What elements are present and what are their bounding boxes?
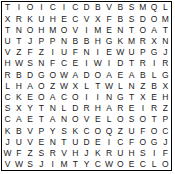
cell-r11c3[interactable]: E [25,114,36,125]
cell-r3c8[interactable]: I [81,24,92,35]
cell-r9c12[interactable]: T [126,92,137,103]
cell-r1c14[interactable]: Q [148,2,159,13]
cell-r6c9[interactable]: W [92,58,103,69]
cell-r12c5[interactable]: Y [47,125,58,136]
cell-r4c9[interactable]: H [92,36,103,47]
cell-r13c7[interactable]: U [70,136,81,147]
cell-r8c10[interactable]: W [103,80,114,91]
cell-r1c4[interactable]: I [36,2,47,13]
cell-r6c8[interactable]: I [81,58,92,69]
cell-r6c12[interactable]: T [126,58,137,69]
cell-r9c1[interactable]: C [2,92,13,103]
cell-r1c7[interactable]: C [70,2,81,13]
cell-r10c5[interactable]: N [47,103,58,114]
cell-r8c1[interactable]: L [2,80,13,91]
cell-r7c9[interactable]: O [92,69,103,80]
cell-r5c3[interactable]: F [25,47,36,58]
cell-r4c2[interactable]: T [13,36,24,47]
cell-r3c12[interactable]: T [126,24,137,35]
cell-r12c8[interactable]: C [81,125,92,136]
cell-r11c7[interactable]: O [70,114,81,125]
cell-r15c2[interactable]: W [13,159,24,170]
cell-r9c3[interactable]: E [25,92,36,103]
cell-r5c4[interactable]: Z [36,47,47,58]
cell-r13c5[interactable]: N [47,136,58,147]
cell-r7c3[interactable]: D [25,69,36,80]
cell-r9c11[interactable]: G [115,92,126,103]
cell-r9c4[interactable]: O [36,92,47,103]
cell-r12c3[interactable]: V [25,125,36,136]
cell-r11c1[interactable]: C [2,114,13,125]
cell-r7c4[interactable]: G [36,69,47,80]
cell-r1c10[interactable]: V [103,2,114,13]
cell-r6c1[interactable]: H [2,58,13,69]
cell-r9c5[interactable]: A [47,92,58,103]
cell-r14c2[interactable]: F [13,148,24,159]
cell-r12c10[interactable]: Q [103,125,114,136]
cell-r15c4[interactable]: J [36,159,47,170]
cell-r15c14[interactable]: L [148,159,159,170]
cell-r3c3[interactable]: O [25,24,36,35]
cell-r5c11[interactable]: W [115,47,126,58]
cell-r9c2[interactable]: K [13,92,24,103]
cell-r14c12[interactable]: H [126,148,137,159]
cell-r8c7[interactable]: X [70,80,81,91]
cell-r4c4[interactable]: P [36,36,47,47]
cell-r13c6[interactable]: T [58,136,69,147]
cell-r9c15[interactable]: H [160,92,171,103]
cell-r4c10[interactable]: G [103,36,114,47]
cell-r11c6[interactable]: N [58,114,69,125]
cell-r12c12[interactable]: U [126,125,137,136]
cell-r2c11[interactable]: B [115,13,126,24]
cell-r15c6[interactable]: M [58,159,69,170]
cell-r6c6[interactable]: C [58,58,69,69]
cell-r6c2[interactable]: W [13,58,24,69]
cell-r2c13[interactable]: D [137,13,148,24]
cell-r2c3[interactable]: K [25,13,36,24]
cell-r1c11[interactable]: B [115,2,126,13]
cell-r15c1[interactable]: V [2,159,13,170]
cell-r5c12[interactable]: U [126,47,137,58]
cell-r11c8[interactable]: V [81,114,92,125]
cell-r10c8[interactable]: R [81,103,92,114]
cell-r8c6[interactable]: W [58,80,69,91]
cell-r14c15[interactable]: F [160,148,171,159]
cell-r14c3[interactable]: Z [25,148,36,159]
cell-r11c15[interactable]: P [160,114,171,125]
cell-r11c12[interactable]: S [126,114,137,125]
cell-r14c1[interactable]: W [2,148,13,159]
word-search-board: TIOICICDBVBSMQLXRKUHECVXFBSDOMTNOHMOVIME… [0,0,175,174]
cell-r8c13[interactable]: Z [137,80,148,91]
cell-r10c9[interactable]: H [92,103,103,114]
cell-r7c7[interactable]: A [70,69,81,80]
cell-r1c3[interactable]: O [25,2,36,13]
cell-r14c14[interactable]: I [148,148,159,159]
cell-r8c2[interactable]: H [13,80,24,91]
cell-r11c2[interactable]: A [13,114,24,125]
cell-r9c8[interactable]: I [81,92,92,103]
cell-r10c3[interactable]: Y [25,103,36,114]
cell-r14c11[interactable]: U [115,148,126,159]
cell-r3c4[interactable]: H [36,24,47,35]
cell-r9c14[interactable]: E [148,92,159,103]
cell-r5c10[interactable]: E [103,47,114,58]
cell-r4c1[interactable]: U [2,36,13,47]
cell-r6c15[interactable]: R [160,58,171,69]
cell-r2c14[interactable]: O [148,13,159,24]
cell-r12c13[interactable]: F [137,125,148,136]
cell-r3c9[interactable]: M [92,24,103,35]
cell-r8c3[interactable]: A [25,80,36,91]
cell-r10c12[interactable]: E [126,103,137,114]
cell-r4c5[interactable]: P [47,36,58,47]
cell-r11c4[interactable]: T [36,114,47,125]
cell-r12c6[interactable]: S [58,125,69,136]
cell-r3c14[interactable]: A [148,24,159,35]
cell-r3c2[interactable]: N [13,24,24,35]
cell-r12c15[interactable]: C [160,125,171,136]
cell-r14c7[interactable]: H [70,148,81,159]
cell-r13c12[interactable]: F [126,136,137,147]
cell-r5c15[interactable]: J [160,47,171,58]
cell-r4c8[interactable]: B [81,36,92,47]
cell-r14c4[interactable]: S [36,148,47,159]
cell-r7c11[interactable]: E [115,69,126,80]
cell-r8c12[interactable]: N [126,80,137,91]
cell-r6c5[interactable]: F [47,58,58,69]
cell-r4c13[interactable]: R [137,36,148,47]
cell-r2c15[interactable]: M [160,13,171,24]
cell-r6c10[interactable]: I [103,58,114,69]
cell-r12c9[interactable]: O [92,125,103,136]
cell-r3c6[interactable]: O [58,24,69,35]
cell-r4c11[interactable]: K [115,36,126,47]
cell-r12c1[interactable]: K [2,125,13,136]
cell-r10c15[interactable]: Z [160,103,171,114]
cell-r14c5[interactable]: R [47,148,58,159]
cell-r2c8[interactable]: V [81,13,92,24]
cell-r5c13[interactable]: P [137,47,148,58]
cell-r13c11[interactable]: C [115,136,126,147]
cell-r6c4[interactable]: N [36,58,47,69]
cell-r9c10[interactable]: N [103,92,114,103]
cell-r7c1[interactable]: R [2,69,13,80]
cell-r13c4[interactable]: E [36,136,47,147]
cell-r1c12[interactable]: S [126,2,137,13]
cell-r12c11[interactable]: Z [115,125,126,136]
cell-r5c6[interactable]: U [58,47,69,58]
cell-r9c6[interactable]: C [58,92,69,103]
cell-r15c7[interactable]: T [70,159,81,170]
cell-r5c14[interactable]: G [148,47,159,58]
cell-r10c7[interactable]: D [70,103,81,114]
cell-r5c8[interactable]: N [81,47,92,58]
cell-r13c13[interactable]: O [137,136,148,147]
cell-r12c7[interactable]: K [70,125,81,136]
cell-r7c2[interactable]: B [13,69,24,80]
cell-r10c10[interactable]: A [103,103,114,114]
cell-r3c10[interactable]: E [103,24,114,35]
cell-r2c4[interactable]: U [36,13,47,24]
cell-r7c6[interactable]: W [58,69,69,80]
cell-r11c10[interactable]: L [103,114,114,125]
cell-r8c4[interactable]: O [36,80,47,91]
cell-r14c9[interactable]: K [92,148,103,159]
cell-r12c14[interactable]: O [148,125,159,136]
cell-r2c1[interactable]: X [2,13,13,24]
cell-r7c5[interactable]: O [47,69,58,80]
cell-r10c14[interactable]: R [148,103,159,114]
cell-r1c15[interactable]: L [160,2,171,13]
cell-r11c9[interactable]: E [92,114,103,125]
cell-r1c13[interactable]: M [137,2,148,13]
cell-r6c14[interactable]: I [148,58,159,69]
cell-r4c6[interactable]: N [58,36,69,47]
cell-r7c15[interactable]: G [160,69,171,80]
cell-r2c7[interactable]: C [70,13,81,24]
cell-r7c14[interactable]: L [148,69,159,80]
cell-r8c9[interactable]: T [92,80,103,91]
cell-r7c8[interactable]: D [81,69,92,80]
cell-r6c7[interactable]: E [70,58,81,69]
cell-r8c15[interactable]: X [160,80,171,91]
cell-r15c11[interactable]: O [115,159,126,170]
cell-r15c15[interactable]: O [160,159,171,170]
cell-r2c9[interactable]: X [92,13,103,24]
cell-r7c13[interactable]: B [137,69,148,80]
cell-r8c14[interactable]: B [148,80,159,91]
cell-r10c11[interactable]: R [115,103,126,114]
cell-r13c14[interactable]: G [148,136,159,147]
grid-border: TIOICICDBVBSMQLXRKUHECVXFBSDOMTNOHMOVIME… [1,1,172,171]
cell-r3c11[interactable]: N [115,24,126,35]
cell-r13c2[interactable]: U [13,136,24,147]
cell-r1c5[interactable]: C [47,2,58,13]
cell-r8c11[interactable]: L [115,80,126,91]
cell-r5c2[interactable]: Z [13,47,24,58]
cell-r12c4[interactable]: P [36,125,47,136]
cell-r15c9[interactable]: C [92,159,103,170]
cell-r2c5[interactable]: H [47,13,58,24]
cell-r13c9[interactable]: E [92,136,103,147]
cell-r11c5[interactable]: A [47,114,58,125]
cell-r3c13[interactable]: O [137,24,148,35]
cell-r1c9[interactable]: B [92,2,103,13]
cell-r9c13[interactable]: X [137,92,148,103]
cell-r13c15[interactable]: J [160,136,171,147]
cell-r15c8[interactable]: Y [81,159,92,170]
cell-r10c1[interactable]: S [2,103,13,114]
cell-r6c3[interactable]: S [25,58,36,69]
cell-r1c1[interactable]: T [2,2,13,13]
cell-r5c9[interactable]: I [92,47,103,58]
cell-r8c8[interactable]: L [81,80,92,91]
cell-r5c1[interactable]: V [2,47,13,58]
cell-r3c1[interactable]: T [2,24,13,35]
cell-r10c4[interactable]: T [36,103,47,114]
cell-r9c9[interactable]: I [92,92,103,103]
cell-r7c12[interactable]: A [126,69,137,80]
cell-r15c5[interactable]: I [47,159,58,170]
cell-r15c13[interactable]: C [137,159,148,170]
cell-r4c7[interactable]: B [70,36,81,47]
cell-r15c3[interactable]: S [25,159,36,170]
word-search-grid[interactable]: TIOICICDBVBSMQLXRKUHECVXFBSDOMTNOHMOVIME… [2,2,171,170]
cell-r5c5[interactable]: I [47,47,58,58]
cell-r3c5[interactable]: M [47,24,58,35]
cell-r13c8[interactable]: D [81,136,92,147]
cell-r14c6[interactable]: V [58,148,69,159]
cell-r2c6[interactable]: E [58,13,69,24]
cell-r10c13[interactable]: I [137,103,148,114]
cell-r15c12[interactable]: E [126,159,137,170]
cell-r13c10[interactable]: I [103,136,114,147]
cell-r14c13[interactable]: S [137,148,148,159]
cell-r4c3[interactable]: J [25,36,36,47]
cell-r2c10[interactable]: F [103,13,114,24]
cell-r7c10[interactable]: A [103,69,114,80]
cell-r4c14[interactable]: X [148,36,159,47]
cell-r8c5[interactable]: Z [47,80,58,91]
cell-r11c14[interactable]: T [148,114,159,125]
cell-r14c10[interactable]: R [103,148,114,159]
cell-r6c13[interactable]: R [137,58,148,69]
cell-r6c11[interactable]: D [115,58,126,69]
cell-r1c2[interactable]: I [13,2,24,13]
cell-r5c7[interactable]: F [70,47,81,58]
cell-r13c1[interactable]: J [2,136,13,147]
cell-r2c12[interactable]: S [126,13,137,24]
cell-r10c6[interactable]: L [58,103,69,114]
cell-r1c6[interactable]: I [58,2,69,13]
cell-r11c11[interactable]: O [115,114,126,125]
cell-r1c8[interactable]: D [81,2,92,13]
cell-r14c8[interactable]: J [81,148,92,159]
cell-r3c15[interactable]: T [160,24,171,35]
cell-r4c15[interactable]: N [160,36,171,47]
cell-r2c2[interactable]: R [13,13,24,24]
cell-r9c7[interactable]: O [70,92,81,103]
cell-r3c7[interactable]: V [70,24,81,35]
cell-r13c3[interactable]: V [25,136,36,147]
cell-r15c10[interactable]: W [103,159,114,170]
cell-r10c2[interactable]: X [13,103,24,114]
cell-r11c13[interactable]: O [137,114,148,125]
cell-r4c12[interactable]: M [126,36,137,47]
cell-r12c2[interactable]: B [13,125,24,136]
